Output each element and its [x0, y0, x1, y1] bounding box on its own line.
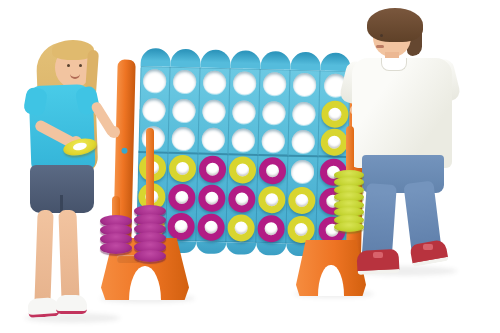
- yellow-disc: [320, 128, 348, 156]
- boy-sneaker-lace: [423, 244, 433, 250]
- yellow-disc: [287, 216, 315, 244]
- magenta-disc: [197, 213, 225, 241]
- cell-r6c4: [226, 213, 257, 243]
- girl-shoe: [27, 297, 59, 318]
- product-photo-scene: [0, 0, 500, 333]
- empty-hole: [202, 128, 226, 152]
- spare-disc-yellow-green: [334, 222, 364, 232]
- boy-sneaker-lace: [373, 252, 383, 258]
- magenta-disc: [259, 157, 287, 185]
- yellow-disc: [169, 155, 197, 183]
- empty-hole: [291, 160, 315, 184]
- board-arch: [231, 50, 261, 69]
- cell-r2c5: [259, 98, 290, 128]
- boy-polo-shirt: [352, 58, 452, 168]
- board-arch: [291, 52, 321, 71]
- cell-r6c6: [286, 215, 317, 245]
- girl-shoe: [56, 295, 87, 314]
- cell-r2c3: [199, 96, 230, 126]
- board-arch: [201, 49, 231, 68]
- cell-r5c6: [287, 186, 318, 216]
- empty-hole: [233, 71, 257, 95]
- cell-r3c6: [288, 128, 319, 158]
- empty-hole: [262, 101, 286, 125]
- cell-r5c3: [197, 183, 228, 213]
- empty-hole: [172, 127, 196, 151]
- yellow-disc: [227, 214, 255, 242]
- cell-r5c4: [227, 184, 258, 214]
- cell-r2c6: [289, 99, 320, 129]
- cell-r1c3: [200, 67, 231, 97]
- cell-r2c4: [229, 97, 260, 127]
- board-cells: [136, 66, 350, 245]
- empty-hole: [232, 128, 256, 152]
- cell-r3c3: [198, 125, 229, 155]
- connect-four-board-unit: [136, 48, 351, 265]
- cell-r3c2: [168, 125, 199, 155]
- magenta-disc: [228, 185, 256, 213]
- empty-hole: [232, 100, 256, 124]
- empty-hole: [172, 99, 196, 123]
- magenta-disc: [198, 184, 226, 212]
- cell-r1c5: [260, 69, 291, 99]
- yellow-green-spare-stack: [334, 172, 364, 232]
- cell-r3c4: [228, 126, 259, 156]
- cell-r6c3: [196, 212, 227, 242]
- cell-r4c3: [198, 154, 229, 184]
- empty-hole: [202, 100, 226, 124]
- cell-r3c5: [258, 127, 289, 157]
- peg-stick: [346, 126, 354, 176]
- cell-r5c2: [167, 183, 198, 213]
- board-scallop: [196, 241, 226, 254]
- board-arch: [171, 49, 201, 68]
- girl-denim-shorts: [30, 165, 94, 213]
- cell-r6c5: [256, 214, 287, 244]
- empty-hole: [261, 129, 285, 153]
- cell-r4c5: [258, 156, 289, 186]
- board-scallop: [226, 242, 256, 255]
- cell-r1c4: [230, 68, 261, 98]
- magenta-disc: [168, 184, 196, 212]
- magenta-disc: [257, 215, 285, 243]
- empty-hole: [263, 72, 287, 96]
- cell-r1c2: [170, 67, 201, 97]
- boy-mouth: [376, 45, 384, 48]
- cell-r4c4: [228, 155, 259, 185]
- cell-r2c2: [169, 96, 200, 126]
- yellow-disc: [258, 186, 286, 214]
- boy-polo-collar: [381, 58, 407, 71]
- cell-r1c6: [290, 70, 321, 100]
- girl-leg: [34, 210, 53, 306]
- empty-hole: [291, 130, 315, 154]
- empty-hole: [293, 73, 317, 97]
- empty-hole: [292, 102, 316, 126]
- magenta-disc: [167, 213, 195, 241]
- empty-hole: [173, 70, 197, 94]
- cell-r5c5: [257, 185, 288, 215]
- girl-eye: [79, 64, 82, 67]
- magenta-disc: [199, 155, 227, 183]
- girl-hand: [108, 126, 120, 138]
- empty-hole: [203, 71, 227, 95]
- girl-player: [10, 40, 155, 332]
- girl-eye: [67, 64, 70, 67]
- board-arch: [261, 51, 291, 70]
- yellow-disc: [288, 187, 316, 215]
- board-scallop: [256, 243, 286, 256]
- yellow-disc: [229, 156, 257, 184]
- cell-r4c6: [288, 157, 319, 187]
- boy-eye: [380, 34, 383, 37]
- cell-r6c2: [166, 212, 197, 242]
- boy-player: [345, 8, 480, 280]
- cell-r4c2: [168, 154, 199, 184]
- boy-hair: [367, 8, 423, 42]
- girl-leg: [58, 210, 79, 303]
- board-grid: [136, 48, 351, 257]
